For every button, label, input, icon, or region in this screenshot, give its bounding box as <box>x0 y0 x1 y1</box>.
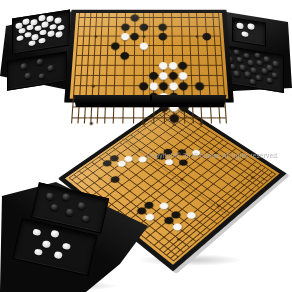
black-stone <box>245 71 252 78</box>
white-stone <box>16 35 23 42</box>
board-cell <box>177 31 187 40</box>
white-stone <box>34 248 43 256</box>
black-stone <box>66 208 75 216</box>
black-stone <box>244 52 251 59</box>
black-stone <box>256 75 263 82</box>
hoshi-dot <box>196 35 199 38</box>
white-stone <box>242 31 249 38</box>
board-cell: ● <box>120 50 130 60</box>
white-stone: ● <box>139 41 149 51</box>
case-seam <box>150 95 152 107</box>
black-stone <box>21 63 28 70</box>
white-stone <box>48 30 55 37</box>
black-stone <box>50 203 59 211</box>
black-stone <box>24 73 31 80</box>
board-cell <box>204 81 215 91</box>
board-cell <box>149 41 159 51</box>
hoshi-dot <box>200 122 203 125</box>
hoshi-dot <box>142 35 145 38</box>
board-cell <box>139 50 149 60</box>
white-stone <box>247 23 254 30</box>
black-stone: ● <box>130 13 139 22</box>
hoshi-dot <box>138 148 142 151</box>
board-cell <box>129 81 139 91</box>
black-stone <box>37 58 44 65</box>
board-cell <box>168 31 178 40</box>
board-cell <box>193 41 203 51</box>
board-cell <box>192 22 202 31</box>
hoshi-dot <box>89 122 92 125</box>
board-cell <box>109 81 119 91</box>
black-stone <box>82 215 91 223</box>
board-cell <box>110 60 120 70</box>
black-stone <box>272 61 279 68</box>
board-cell <box>149 50 159 60</box>
board-cell: ● <box>110 41 120 51</box>
board-cell <box>192 31 202 40</box>
board-cell <box>139 60 149 70</box>
hoshi-dot <box>98 177 102 180</box>
board-case-top-view: ●●●●●●●●●●●●●●●●●●●●●●●●●●●●●●● <box>64 10 234 103</box>
board-cell <box>179 112 190 123</box>
white-stone <box>237 22 244 29</box>
black-stone: ● <box>178 81 188 91</box>
board-cell <box>149 112 159 123</box>
board-cell <box>192 13 202 22</box>
white-stone <box>55 31 62 38</box>
board-cell <box>108 112 119 123</box>
black-stone: ● <box>194 81 204 91</box>
black-stone: ● <box>120 50 130 60</box>
board-cell <box>217 31 224 40</box>
white-stone <box>32 228 41 236</box>
board-cell <box>129 60 139 70</box>
board-cell <box>109 70 119 80</box>
board-cell: ● <box>178 81 188 91</box>
board-cell: ● <box>194 81 204 91</box>
board-cell <box>206 112 217 123</box>
white-stone <box>53 251 62 259</box>
board-cell <box>129 70 139 80</box>
go-board-top-view: ●●●●●●●●●●●●●●●●●●●●●●●●●●●●●●● <box>70 13 229 99</box>
board-cell <box>129 50 139 60</box>
board-cell <box>119 81 129 91</box>
board-cell <box>223 112 230 123</box>
hoshi-dot <box>180 178 184 181</box>
board-cell <box>149 31 158 40</box>
white-stone <box>23 18 30 25</box>
board-cell <box>217 22 224 31</box>
board-cell <box>159 112 169 123</box>
board-cell <box>216 13 223 22</box>
board-cell <box>221 81 228 91</box>
board-cell: ● <box>130 13 139 22</box>
black-stone <box>257 60 264 67</box>
board-cell <box>203 60 213 70</box>
black-stone: ● <box>202 31 212 40</box>
white-stone <box>42 21 49 28</box>
board-cell <box>219 50 226 60</box>
black-stone <box>254 52 261 59</box>
board-cell <box>110 50 120 60</box>
white-stone <box>26 24 33 31</box>
board-cell: ● <box>202 31 212 40</box>
black-stone <box>38 73 45 80</box>
hoshi-dot <box>94 35 97 38</box>
board-cell: ● <box>169 112 179 123</box>
board-cell <box>204 70 214 80</box>
watermark-copyright: Copyright© 2019 ubatac All rights reserv… <box>147 152 292 160</box>
black-stone: ● <box>158 31 168 40</box>
board-cell <box>111 13 121 22</box>
board-cell <box>193 50 203 60</box>
board-cell <box>119 60 129 70</box>
board-cell <box>167 13 176 22</box>
black-stone <box>262 68 269 75</box>
black-stone: ● <box>169 112 179 123</box>
black-stone <box>247 60 254 67</box>
white-stone <box>39 37 46 44</box>
black-stone: ● <box>130 31 140 40</box>
board-cell <box>119 70 129 80</box>
black-stone <box>251 67 258 74</box>
black-stone: ● <box>139 81 149 91</box>
black-stone <box>77 202 86 210</box>
white-stone <box>40 29 47 36</box>
white-stone <box>29 40 36 47</box>
watermark-site: www.ubatac.co.kr <box>214 146 290 151</box>
product-photo: ●●●●●●●●●●●●●●●●●●●●●●●●●●●●●●● ●●●●●●●●… <box>0 0 292 292</box>
board-cell <box>128 112 138 123</box>
black-stone <box>264 56 271 63</box>
board-cell <box>111 22 121 31</box>
board-cell <box>177 41 187 51</box>
board-cell <box>202 41 212 51</box>
board-cell: ● <box>139 41 149 51</box>
board-cell <box>177 22 187 31</box>
white-stone <box>50 23 57 30</box>
board-cell <box>167 22 177 31</box>
black-stone: ● <box>139 22 148 31</box>
white-stone <box>61 242 70 250</box>
board-cell <box>149 22 158 31</box>
board-cell <box>218 41 225 51</box>
board-cell <box>203 50 213 60</box>
hoshi-dot <box>91 84 94 87</box>
black-stone <box>236 56 243 63</box>
board-cell <box>176 13 186 22</box>
black-stone <box>45 192 54 200</box>
black-stone <box>47 65 54 72</box>
board-cell: ● <box>130 31 140 40</box>
board-cell: ● <box>139 81 149 91</box>
black-stone <box>62 193 71 201</box>
board-cell <box>118 112 128 123</box>
white-stone <box>54 17 61 24</box>
white-stone <box>50 230 59 238</box>
black-stone <box>240 64 247 71</box>
black-stone <box>266 77 273 84</box>
black-stone <box>234 70 241 77</box>
board-cell <box>194 60 204 70</box>
black-stone <box>250 79 257 86</box>
board-cell <box>149 13 158 22</box>
board-cell: ● <box>158 31 168 40</box>
board-cell <box>158 41 168 51</box>
case-front-edge <box>72 95 228 107</box>
board-cell: ● <box>139 22 148 31</box>
white-stone <box>58 24 65 31</box>
black-stone <box>234 49 241 56</box>
board-cell <box>220 70 227 80</box>
black-stone <box>271 72 278 79</box>
board-cell <box>130 41 140 51</box>
white-stone <box>39 15 46 22</box>
board-cell <box>168 41 178 51</box>
white-stone <box>24 31 31 38</box>
black-stone: ● <box>110 41 120 51</box>
white-stone <box>42 240 51 248</box>
hoshi-dot <box>142 122 145 125</box>
board-cell <box>219 60 226 70</box>
